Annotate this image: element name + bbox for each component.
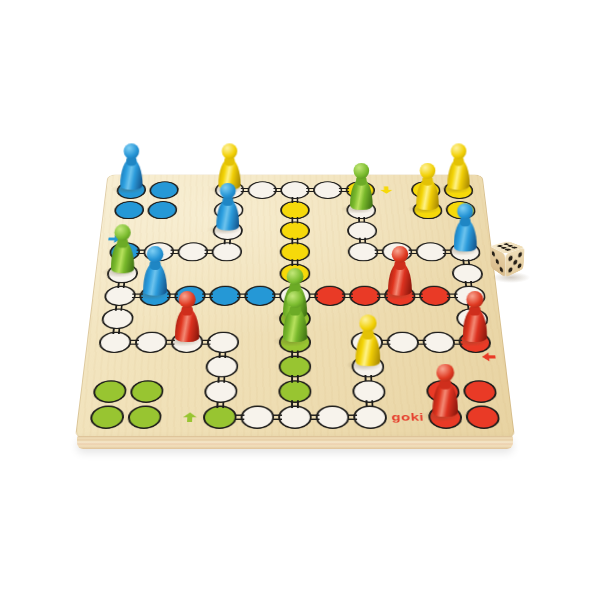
pawn-red[interactable]	[463, 291, 488, 342]
product-photo: goki	[0, 0, 590, 590]
board-scene: goki	[75, 0, 515, 438]
cell-2-1	[147, 180, 181, 200]
cell-11-8	[456, 330, 495, 354]
cell-2-6	[137, 285, 174, 308]
die-cube	[497, 244, 516, 272]
cell-11-10	[460, 379, 500, 404]
pawn-yellow[interactable]	[447, 143, 469, 189]
pawn-head	[220, 183, 236, 199]
die-pip	[504, 248, 512, 251]
home-circle-green	[129, 380, 164, 403]
track-link	[339, 188, 349, 192]
track-link	[291, 400, 299, 408]
cell-4-8	[204, 330, 241, 354]
track-circle	[353, 406, 388, 429]
track-circle	[101, 308, 135, 329]
home-circle-green	[127, 406, 163, 429]
cell-2-2	[145, 200, 180, 220]
track-link	[202, 293, 213, 298]
track-circle	[240, 406, 274, 429]
start-arrow-green	[183, 412, 197, 422]
cell-11-11	[463, 404, 503, 430]
pawn-blue[interactable]	[216, 183, 239, 231]
cell-10-11	[425, 404, 465, 430]
pawn-red[interactable]	[175, 291, 200, 342]
pawn-head	[451, 143, 466, 158]
pawn-green[interactable]	[350, 163, 373, 210]
die-pip	[499, 266, 502, 273]
cell-1-5	[104, 263, 141, 285]
pawn-blue[interactable]	[120, 143, 142, 189]
cell-1-11	[87, 404, 127, 430]
track-link	[237, 293, 248, 298]
track-link	[292, 197, 299, 203]
home-circle-green	[92, 380, 128, 403]
cell-9-6	[382, 285, 418, 308]
die-pip	[496, 258, 499, 265]
pawn-yellow[interactable]	[416, 163, 439, 210]
track-link	[291, 259, 298, 266]
cell-1-10	[90, 379, 130, 404]
run-circle-green	[279, 356, 312, 378]
track-circle	[134, 332, 168, 353]
home-circle-blue	[113, 201, 145, 219]
pawn-head	[359, 314, 376, 331]
die-pip	[509, 255, 513, 262]
cell-2-8	[132, 330, 170, 354]
track-circle	[278, 406, 312, 429]
die-pip	[518, 252, 522, 258]
home-circle-blue	[149, 181, 180, 199]
pawn-green[interactable]	[111, 224, 135, 273]
pawn-head	[222, 143, 237, 158]
pawn-yellow[interactable]	[355, 314, 380, 366]
pawn-red[interactable]	[432, 364, 458, 417]
track-link	[447, 293, 458, 298]
die[interactable]	[495, 246, 519, 270]
cell-1-1	[114, 180, 149, 200]
track-circle	[386, 332, 420, 353]
cell-8-9	[349, 354, 387, 379]
pawn-head	[114, 224, 130, 240]
pawn-green[interactable]	[283, 291, 308, 342]
cell-2-11	[125, 404, 165, 430]
die-pip	[517, 263, 521, 269]
cell-9-8	[384, 330, 421, 354]
pawn-head	[466, 291, 483, 308]
track-link	[291, 217, 298, 223]
track-circle	[98, 332, 132, 353]
pawn-red[interactable]	[388, 246, 412, 296]
pawn-head	[420, 163, 436, 179]
pawn-head	[147, 246, 164, 263]
pawn-blue[interactable]	[143, 246, 167, 296]
track-link	[291, 375, 299, 383]
track-link	[291, 351, 299, 359]
track-link	[291, 238, 298, 245]
pawn-head	[457, 203, 473, 219]
home-circle-red	[465, 406, 501, 429]
cell-2-10	[127, 379, 166, 404]
track-link	[342, 293, 353, 298]
cell-11-1	[441, 180, 476, 200]
cell-4-3	[210, 220, 244, 241]
ludo-board: goki	[75, 175, 515, 438]
cell-10-2	[410, 200, 445, 220]
start-arrow-yellow	[380, 186, 392, 193]
board-edge	[77, 436, 513, 449]
pawn-head	[436, 364, 454, 382]
track-circle	[204, 380, 238, 403]
home-circle-green	[89, 406, 125, 429]
pawn-head	[286, 291, 303, 308]
cell-10-8	[420, 330, 458, 354]
cell-1-2	[112, 200, 147, 220]
pawn-head	[392, 246, 409, 263]
die-pip	[511, 246, 518, 249]
track-circle	[422, 332, 456, 353]
track-circle	[205, 356, 239, 378]
pawn-head	[353, 163, 369, 179]
home-circle-red	[462, 380, 498, 403]
pawn-blue[interactable]	[454, 203, 477, 251]
track-circle	[211, 242, 242, 261]
die-pip	[492, 251, 495, 257]
track-circle	[316, 406, 350, 429]
cell-3-8	[168, 330, 205, 354]
die-pip	[509, 266, 513, 272]
home-circle-blue	[147, 201, 178, 219]
pawn-head	[179, 291, 196, 308]
track-circle	[206, 332, 239, 353]
pawn-head	[287, 268, 304, 285]
pawn-head	[124, 143, 139, 158]
start-circle-green	[202, 406, 237, 429]
